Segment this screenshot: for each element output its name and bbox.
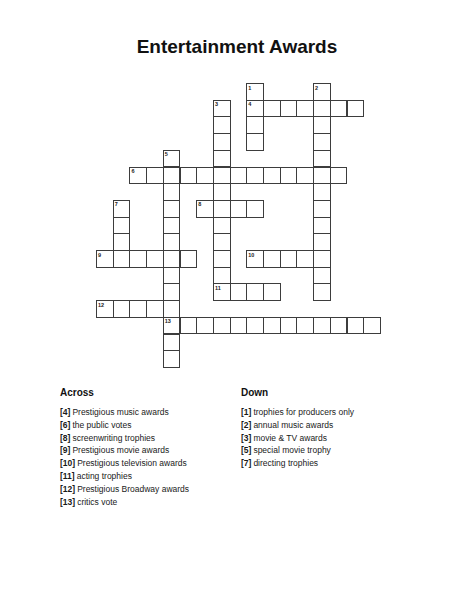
grid-cell-r7c4[interactable] (163, 200, 181, 218)
grid-cell-r12c9[interactable] (246, 283, 264, 301)
grid-cell-r14c9[interactable] (246, 317, 264, 335)
grid-cell-r15c4[interactable] (163, 334, 181, 352)
clue-number-1: 1 (248, 85, 251, 91)
clue-number-10: 10 (248, 252, 254, 258)
grid-cell-r5c10[interactable] (263, 167, 281, 185)
clue-number-5: 5 (165, 151, 168, 157)
down-clue-num-7: [7] (241, 458, 251, 468)
clue-number-13: 13 (165, 318, 171, 324)
across-clue-text-13: critics vote (77, 497, 117, 507)
across-clue-text-8: screenwriting trophies (72, 433, 155, 443)
across-clues-section: Across [4]Prestigious music awards[6]the… (60, 387, 240, 508)
down-clue-num-3: [3] (241, 433, 251, 443)
across-clue-list: [4]Prestigious music awards[6]the public… (60, 406, 240, 508)
grid-cell-r12c4[interactable] (163, 283, 181, 301)
grid-cell-r5c2[interactable]: 6 (129, 167, 147, 185)
clue-number-9: 9 (98, 252, 101, 258)
grid-cell-r14c13[interactable] (313, 317, 331, 335)
grid-cell-r0c9[interactable]: 1 (246, 83, 264, 101)
down-clue-text-3: movie & TV awards (253, 433, 327, 443)
grid-cell-r10c11[interactable] (280, 250, 298, 268)
grid-cell-r14c14[interactable] (330, 317, 348, 335)
grid-cell-r5c7[interactable] (213, 167, 231, 185)
grid-cell-r10c12[interactable] (296, 250, 314, 268)
grid-cell-r14c5[interactable] (180, 317, 198, 335)
grid-cell-r5c12[interactable] (296, 167, 314, 185)
grid-cell-r8c1[interactable] (113, 217, 131, 235)
grid-cell-r7c9[interactable] (246, 200, 264, 218)
grid-cell-r13c0[interactable]: 12 (96, 300, 114, 318)
across-clue-num-6: [6] (60, 420, 70, 430)
grid-cell-r5c11[interactable] (280, 167, 298, 185)
across-clue-9: [9]Prestigious movie awards (60, 444, 240, 457)
grid-cell-r11c4[interactable] (163, 267, 181, 285)
grid-cell-r7c7[interactable] (213, 200, 231, 218)
grid-cell-r14c8[interactable] (230, 317, 248, 335)
grid-cell-r10c13[interactable] (313, 250, 331, 268)
grid-cell-r14c4[interactable]: 13 (163, 317, 181, 335)
across-clue-text-9: Prestigious movie awards (72, 445, 169, 455)
grid-cell-r14c12[interactable] (296, 317, 314, 335)
grid-cell-r8c13[interactable] (313, 217, 331, 235)
grid-cell-r7c1[interactable]: 7 (113, 200, 131, 218)
grid-cell-r9c7[interactable] (213, 233, 231, 251)
down-clue-text-1: trophies for producers only (253, 407, 354, 417)
down-header: Down (241, 387, 421, 398)
grid-cell-r14c10[interactable] (263, 317, 281, 335)
grid-cell-r6c13[interactable] (313, 183, 331, 201)
grid-cell-r2c9[interactable] (246, 116, 264, 134)
across-header: Across (60, 387, 240, 398)
across-clue-4: [4]Prestigious music awards (60, 406, 240, 419)
grid-cell-r12c7[interactable]: 11 (213, 283, 231, 301)
grid-cell-r14c6[interactable] (196, 317, 214, 335)
across-clue-text-4: Prestigious music awards (72, 407, 168, 417)
grid-cell-r1c15[interactable] (347, 100, 365, 118)
grid-cell-r2c13[interactable] (313, 116, 331, 134)
across-clue-num-13: [13] (60, 497, 75, 507)
down-clue-text-2: annual music awards (253, 420, 333, 430)
clue-number-12: 12 (98, 302, 104, 308)
grid-cell-r10c3[interactable] (146, 250, 164, 268)
clue-number-2: 2 (315, 85, 318, 91)
grid-cell-r12c8[interactable] (230, 283, 248, 301)
grid-cell-r12c13[interactable] (313, 283, 331, 301)
down-clue-2: [2]annual music awards (241, 419, 421, 432)
across-clue-6: [6]the public votes (60, 419, 240, 432)
across-clue-text-10: Prestigious television awards (77, 458, 187, 468)
grid-cell-r14c16[interactable] (363, 317, 381, 335)
grid-cell-r10c0[interactable]: 9 (96, 250, 114, 268)
across-clue-13: [13]critics vote (60, 496, 240, 509)
grid-cell-r14c11[interactable] (280, 317, 298, 335)
down-clue-text-7: directing trophies (253, 458, 318, 468)
grid-cell-r10c9[interactable]: 10 (246, 250, 264, 268)
across-clue-num-11: [11] (60, 471, 75, 481)
clue-number-8: 8 (198, 201, 201, 207)
grid-cell-r4c7[interactable] (213, 150, 231, 168)
grid-cell-r7c8[interactable] (230, 200, 248, 218)
grid-cell-r14c7[interactable] (213, 317, 231, 335)
grid-cell-r5c6[interactable] (196, 167, 214, 185)
grid-cell-r3c9[interactable] (246, 133, 264, 151)
grid-cell-r4c13[interactable] (313, 150, 331, 168)
grid-cell-r13c3[interactable] (146, 300, 164, 318)
down-clue-7: [7]directing trophies (241, 457, 421, 470)
grid-cell-r9c4[interactable] (163, 233, 181, 251)
grid-cell-r1c11[interactable] (280, 100, 298, 118)
grid-cell-r5c4[interactable] (163, 167, 181, 185)
grid-cell-r8c4[interactable] (163, 217, 181, 235)
down-clue-3: [3]movie & TV awards (241, 432, 421, 445)
across-clue-text-11: acting trophies (77, 471, 132, 481)
down-clue-num-5: [5] (241, 445, 251, 455)
grid-cell-r7c6[interactable]: 8 (196, 200, 214, 218)
down-clue-1: [1]trophies for producers only (241, 406, 421, 419)
down-clues-section: Down [1]trophies for producers only[2]an… (241, 387, 421, 470)
across-clue-num-12: [12] (60, 484, 75, 494)
grid-cell-r5c5[interactable] (180, 167, 198, 185)
clue-number-7: 7 (115, 201, 118, 207)
grid-cell-r6c4[interactable] (163, 183, 181, 201)
grid-cell-r14c15[interactable] (347, 317, 365, 335)
grid-cell-r9c13[interactable] (313, 233, 331, 251)
grid-cell-r12c10[interactable] (263, 283, 281, 301)
grid-cell-r13c1[interactable] (113, 300, 131, 318)
grid-cell-r10c2[interactable] (129, 250, 147, 268)
down-clue-5: [5]special movie trophy (241, 444, 421, 457)
across-clue-8: [8]screenwriting trophies (60, 432, 240, 445)
down-clue-num-2: [2] (241, 420, 251, 430)
across-clue-num-8: [8] (60, 433, 70, 443)
down-clue-text-5: special movie trophy (253, 445, 330, 455)
grid-cell-r1c7[interactable]: 3 (213, 100, 231, 118)
across-clue-text-6: the public votes (72, 420, 131, 430)
across-clue-num-9: [9] (60, 445, 70, 455)
grid-cell-r5c13[interactable] (313, 167, 331, 185)
grid-cell-r10c10[interactable] (263, 250, 281, 268)
across-clue-10: [10]Prestigious television awards (60, 457, 240, 470)
grid-cell-r13c2[interactable] (129, 300, 147, 318)
grid-cell-r5c14[interactable] (330, 167, 348, 185)
grid-cell-r11c7[interactable] (213, 267, 231, 285)
clue-number-6: 6 (131, 168, 134, 174)
grid-cell-r3c13[interactable] (313, 133, 331, 151)
grid-cell-r10c1[interactable] (113, 250, 131, 268)
clue-number-3: 3 (215, 101, 218, 107)
grid-cell-r1c9[interactable]: 4 (246, 100, 264, 118)
across-clue-text-12: Prestigious Broadway awards (77, 484, 189, 494)
grid-cell-r2c7[interactable] (213, 116, 231, 134)
grid-cell-r8c7[interactable] (213, 217, 231, 235)
down-clue-num-1: [1] (241, 407, 251, 417)
grid-cell-r10c4[interactable] (163, 250, 181, 268)
across-clue-num-4: [4] (60, 407, 70, 417)
grid-cell-r10c5[interactable] (180, 250, 198, 268)
down-clue-list: [1]trophies for producers only[2]annual … (241, 406, 421, 470)
grid-cell-r13c4[interactable] (163, 300, 181, 318)
grid-cell-r1c10[interactable] (263, 100, 281, 118)
clue-number-11: 11 (215, 285, 221, 291)
grid-cell-r0c13[interactable]: 2 (313, 83, 331, 101)
grid-cell-r1c14[interactable] (330, 100, 348, 118)
grid-cell-r4c4[interactable]: 5 (163, 150, 181, 168)
grid-cell-r1c12[interactable] (296, 100, 314, 118)
clue-number-4: 4 (248, 101, 251, 107)
grid-cell-r1c13[interactable] (313, 100, 331, 118)
across-clue-12: [12]Prestigious Broadway awards (60, 483, 240, 496)
grid-cell-r11c13[interactable] (313, 267, 331, 285)
grid-cell-r5c9[interactable] (246, 167, 264, 185)
grid-cell-r6c7[interactable] (213, 183, 231, 201)
grid-cell-r5c3[interactable] (146, 167, 164, 185)
across-clue-11: [11]acting trophies (60, 470, 240, 483)
grid-cell-r5c8[interactable] (230, 167, 248, 185)
across-clue-num-10: [10] (60, 458, 75, 468)
page-title: Entertainment Awards (0, 36, 474, 58)
grid-cell-r16c4[interactable] (163, 350, 181, 368)
grid-cell-r10c7[interactable] (213, 250, 231, 268)
grid-cell-r7c13[interactable] (313, 200, 331, 218)
crossword-grid: 12345678910111213 (96, 83, 381, 368)
grid-cell-r9c1[interactable] (113, 233, 131, 251)
grid-cell-r3c7[interactable] (213, 133, 231, 151)
